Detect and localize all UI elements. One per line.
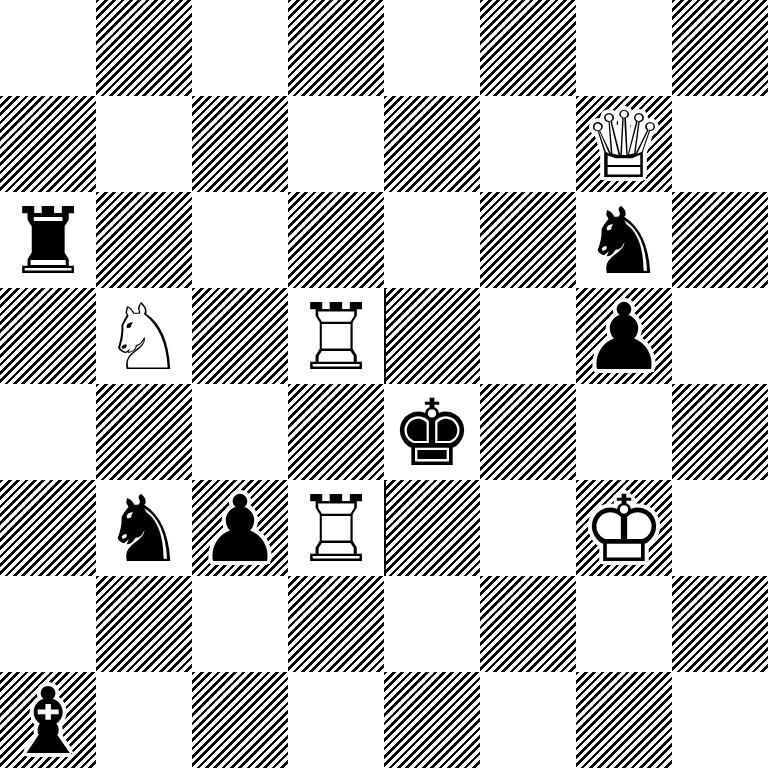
square-b5[interactable]: ♞♘ [96,288,192,384]
square-e2[interactable] [384,576,480,672]
square-h2[interactable] [672,576,768,672]
white-rook-glyph: ♖ [288,288,384,384]
square-b7[interactable] [96,96,192,192]
square-b4[interactable] [96,384,192,480]
piece-black-knight: ♞♞ [96,480,192,576]
black-king-glyph: ♚ [384,384,480,480]
square-d4[interactable] [288,384,384,480]
square-h7[interactable] [672,96,768,192]
black-knight-glyph: ♞ [576,192,672,288]
square-a3[interactable] [0,480,96,576]
square-a5[interactable] [0,288,96,384]
black-knight-glyph: ♞ [96,480,192,576]
square-h8[interactable] [672,0,768,96]
square-a8[interactable] [0,0,96,96]
piece-white-rook: ♜♖ [288,480,384,576]
white-rook-glyph: ♖ [288,480,384,576]
square-b8[interactable] [96,0,192,96]
piece-black-king: ♚♚ [384,384,480,480]
square-a6[interactable]: ♜♜ [0,192,96,288]
white-knight-glyph: ♘ [96,288,192,384]
square-f7[interactable] [480,96,576,192]
piece-black-knight: ♞♞ [576,192,672,288]
square-g8[interactable] [576,0,672,96]
black-pawn-glyph: ♟ [576,288,672,384]
square-f8[interactable] [480,0,576,96]
square-b1[interactable] [96,672,192,768]
square-d6[interactable] [288,192,384,288]
square-d3[interactable]: ♜♖ [288,480,384,576]
square-f6[interactable] [480,192,576,288]
chess-board: ♛♕♜♜♞♞♞♘♜♖♟♟♚♚♞♞♟♟♜♖♚♔♝♝ [0,0,768,768]
square-g4[interactable] [576,384,672,480]
piece-black-pawn: ♟♟ [192,480,288,576]
square-a7[interactable] [0,96,96,192]
square-a2[interactable] [0,576,96,672]
white-king-glyph: ♔ [576,480,672,576]
square-e5[interactable] [384,288,480,384]
square-h3[interactable] [672,480,768,576]
piece-white-rook: ♜♖ [288,288,384,384]
black-bishop-glyph: ♝ [0,672,96,768]
square-c4[interactable] [192,384,288,480]
black-rook-glyph: ♜ [0,192,96,288]
piece-black-rook: ♜♜ [0,192,96,288]
square-e7[interactable] [384,96,480,192]
square-c6[interactable] [192,192,288,288]
square-a4[interactable] [0,384,96,480]
square-h5[interactable] [672,288,768,384]
square-d8[interactable] [288,0,384,96]
square-g3[interactable]: ♚♔ [576,480,672,576]
square-d1[interactable] [288,672,384,768]
square-f2[interactable] [480,576,576,672]
square-g7[interactable]: ♛♕ [576,96,672,192]
square-g2[interactable] [576,576,672,672]
piece-white-king: ♚♔ [576,480,672,576]
square-f1[interactable] [480,672,576,768]
square-c5[interactable] [192,288,288,384]
square-h1[interactable] [672,672,768,768]
square-e1[interactable] [384,672,480,768]
square-h6[interactable] [672,192,768,288]
square-c8[interactable] [192,0,288,96]
square-d2[interactable] [288,576,384,672]
square-b6[interactable] [96,192,192,288]
square-e6[interactable] [384,192,480,288]
square-c7[interactable] [192,96,288,192]
square-c2[interactable] [192,576,288,672]
square-d5[interactable]: ♜♖ [288,288,384,384]
square-g6[interactable]: ♞♞ [576,192,672,288]
black-pawn-glyph: ♟ [192,480,288,576]
square-d7[interactable] [288,96,384,192]
square-b2[interactable] [96,576,192,672]
square-b3[interactable]: ♞♞ [96,480,192,576]
piece-white-queen: ♛♕ [576,96,672,192]
square-a1[interactable]: ♝♝ [0,672,96,768]
piece-black-pawn: ♟♟ [576,288,672,384]
piece-black-bishop: ♝♝ [0,672,96,768]
white-queen-glyph: ♕ [576,96,672,192]
square-e8[interactable] [384,0,480,96]
square-e3[interactable] [384,480,480,576]
square-f3[interactable] [480,480,576,576]
square-g5[interactable]: ♟♟ [576,288,672,384]
square-e4[interactable]: ♚♚ [384,384,480,480]
piece-white-knight: ♞♘ [96,288,192,384]
square-g1[interactable] [576,672,672,768]
square-h4[interactable] [672,384,768,480]
square-c3[interactable]: ♟♟ [192,480,288,576]
square-f4[interactable] [480,384,576,480]
square-c1[interactable] [192,672,288,768]
square-f5[interactable] [480,288,576,384]
